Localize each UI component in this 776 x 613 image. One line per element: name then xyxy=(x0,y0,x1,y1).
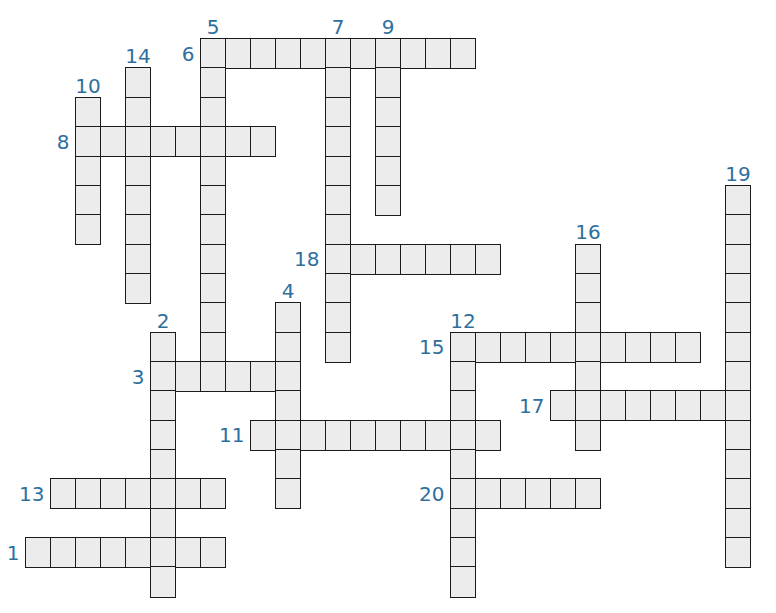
cell-r12-c25[interactable] xyxy=(650,390,677,421)
cell-r1-c12[interactable] xyxy=(325,67,352,98)
cell-r2-c4[interactable] xyxy=(125,97,152,128)
cell-r10-c7[interactable] xyxy=(200,332,227,363)
cell-r6-c12[interactable] xyxy=(325,214,352,245)
clue-number-1-across: 1 xyxy=(7,543,20,563)
cell-r13-c28[interactable] xyxy=(725,420,752,451)
cell-r0-c9[interactable] xyxy=(250,38,277,69)
cell-r6-c28[interactable] xyxy=(725,214,752,245)
cell-r8-c22[interactable] xyxy=(575,273,602,304)
cell-r16-c5[interactable] xyxy=(150,508,177,539)
cell-r5-c2[interactable] xyxy=(75,185,102,216)
cell-r15-c28[interactable] xyxy=(725,478,752,509)
cell-r0-c10[interactable] xyxy=(275,38,302,69)
crossword-grid: 1234567891011121314151617181920 xyxy=(0,0,776,613)
cell-r6-c4[interactable] xyxy=(125,214,152,245)
cell-r13-c13[interactable] xyxy=(350,420,377,451)
cell-r12-c28[interactable] xyxy=(725,390,752,421)
cell-r11-c7[interactable] xyxy=(200,361,227,392)
cell-r1-c7[interactable] xyxy=(200,67,227,98)
cell-r18-c17[interactable] xyxy=(450,566,477,597)
cell-r17-c1[interactable] xyxy=(50,537,77,568)
cell-r8-c28[interactable] xyxy=(725,273,752,304)
cell-r14-c5[interactable] xyxy=(150,449,177,480)
cell-r12-c22[interactable] xyxy=(575,390,602,421)
cell-r15-c19[interactable] xyxy=(500,478,527,509)
cell-r13-c14[interactable] xyxy=(375,420,402,451)
cell-r10-c12[interactable] xyxy=(325,332,352,363)
cell-r13-c17[interactable] xyxy=(450,420,477,451)
cell-r9-c22[interactable] xyxy=(575,302,602,333)
cell-r12-c23[interactable] xyxy=(600,390,627,421)
cell-r15-c2[interactable] xyxy=(75,478,102,509)
cell-r12-c10[interactable] xyxy=(275,390,302,421)
cell-r14-c17[interactable] xyxy=(450,449,477,480)
cell-r15-c20[interactable] xyxy=(525,478,552,509)
cell-r9-c7[interactable] xyxy=(200,302,227,333)
cell-r6-c2[interactable] xyxy=(75,214,102,245)
cell-r10-c23[interactable] xyxy=(600,332,627,363)
cell-r12-c27[interactable] xyxy=(700,390,727,421)
cell-r4-c12[interactable] xyxy=(325,156,352,187)
cell-r10-c18[interactable] xyxy=(475,332,502,363)
cell-r17-c0[interactable] xyxy=(25,537,52,568)
cell-r7-c17[interactable] xyxy=(450,244,477,275)
cell-r0-c16[interactable] xyxy=(425,38,452,69)
cell-r16-c28[interactable] xyxy=(725,508,752,539)
cell-r3-c8[interactable] xyxy=(225,126,252,157)
cell-r17-c6[interactable] xyxy=(175,537,202,568)
cell-r3-c12[interactable] xyxy=(325,126,352,157)
clue-number-7-down: 7 xyxy=(332,17,345,37)
cell-r3-c7[interactable] xyxy=(200,126,227,157)
cell-r10-c5[interactable] xyxy=(150,332,177,363)
cell-r3-c6[interactable] xyxy=(175,126,202,157)
cell-r5-c4[interactable] xyxy=(125,185,152,216)
cell-r14-c10[interactable] xyxy=(275,449,302,480)
cell-r15-c6[interactable] xyxy=(175,478,202,509)
cell-r2-c12[interactable] xyxy=(325,97,352,128)
cell-r0-c13[interactable] xyxy=(350,38,377,69)
cell-r8-c12[interactable] xyxy=(325,273,352,304)
cell-r13-c5[interactable] xyxy=(150,420,177,451)
cell-r17-c2[interactable] xyxy=(75,537,102,568)
cell-r15-c1[interactable] xyxy=(50,478,77,509)
cell-r10-c22[interactable] xyxy=(575,332,602,363)
cell-r7-c12[interactable] xyxy=(325,244,352,275)
cell-r10-c26[interactable] xyxy=(675,332,702,363)
cell-r10-c10[interactable] xyxy=(275,332,302,363)
cell-r0-c15[interactable] xyxy=(400,38,427,69)
cell-r3-c3[interactable] xyxy=(100,126,127,157)
clue-number-2-down: 2 xyxy=(157,311,170,331)
clue-number-10-down: 10 xyxy=(75,76,100,96)
cell-r11-c10[interactable] xyxy=(275,361,302,392)
cell-r0-c8[interactable] xyxy=(225,38,252,69)
cell-r12-c21[interactable] xyxy=(550,390,577,421)
clue-number-12-down: 12 xyxy=(450,311,475,331)
cell-r9-c12[interactable] xyxy=(325,302,352,333)
cell-r15-c17[interactable] xyxy=(450,478,477,509)
cell-r1-c14[interactable] xyxy=(375,67,402,98)
cell-r11-c9[interactable] xyxy=(250,361,277,392)
cell-r11-c22[interactable] xyxy=(575,361,602,392)
cell-r10-c19[interactable] xyxy=(500,332,527,363)
cell-r12-c26[interactable] xyxy=(675,390,702,421)
cell-r0-c17[interactable] xyxy=(450,38,477,69)
cell-r11-c28[interactable] xyxy=(725,361,752,392)
clue-number-6-across: 6 xyxy=(182,44,195,64)
cell-r17-c7[interactable] xyxy=(200,537,227,568)
clue-number-20-across: 20 xyxy=(419,484,444,504)
cell-r5-c7[interactable] xyxy=(200,185,227,216)
cell-r4-c4[interactable] xyxy=(125,156,152,187)
clue-number-11-across: 11 xyxy=(219,425,244,445)
clue-number-19-down: 19 xyxy=(725,164,750,184)
clue-number-4-down: 4 xyxy=(282,281,295,301)
cell-r1-c4[interactable] xyxy=(125,67,152,98)
cell-r15-c4[interactable] xyxy=(125,478,152,509)
cell-r17-c5[interactable] xyxy=(150,537,177,568)
cell-r9-c28[interactable] xyxy=(725,302,752,333)
cell-r10-c28[interactable] xyxy=(725,332,752,363)
cell-r5-c28[interactable] xyxy=(725,185,752,216)
cell-r0-c11[interactable] xyxy=(300,38,327,69)
clue-number-14-down: 14 xyxy=(125,46,150,66)
cell-r3-c4[interactable] xyxy=(125,126,152,157)
cell-r17-c28[interactable] xyxy=(725,537,752,568)
cell-r13-c18[interactable] xyxy=(475,420,502,451)
cell-r17-c17[interactable] xyxy=(450,537,477,568)
cell-r15-c7[interactable] xyxy=(200,478,227,509)
cell-r15-c21[interactable] xyxy=(550,478,577,509)
cell-r16-c17[interactable] xyxy=(450,508,477,539)
cell-r7-c15[interactable] xyxy=(400,244,427,275)
cell-r9-c10[interactable] xyxy=(275,302,302,333)
cell-r13-c16[interactable] xyxy=(425,420,452,451)
cell-r15-c22[interactable] xyxy=(575,478,602,509)
cell-r4-c14[interactable] xyxy=(375,156,402,187)
cell-r7-c13[interactable] xyxy=(350,244,377,275)
clue-number-16-down: 16 xyxy=(575,222,600,242)
clue-number-8-across: 8 xyxy=(57,132,70,152)
cell-r8-c4[interactable] xyxy=(125,273,152,304)
cell-r13-c9[interactable] xyxy=(250,420,277,451)
cell-r11-c17[interactable] xyxy=(450,361,477,392)
cell-r14-c28[interactable] xyxy=(725,449,752,480)
cell-r7-c7[interactable] xyxy=(200,244,227,275)
cell-r8-c7[interactable] xyxy=(200,273,227,304)
cell-r15-c5[interactable] xyxy=(150,478,177,509)
clue-number-18-across: 18 xyxy=(294,249,319,269)
cell-r7-c28[interactable] xyxy=(725,244,752,275)
cell-r12-c5[interactable] xyxy=(150,390,177,421)
cell-r2-c2[interactable] xyxy=(75,97,102,128)
cell-r5-c14[interactable] xyxy=(375,185,402,216)
cell-r0-c12[interactable] xyxy=(325,38,352,69)
cell-r5-c12[interactable] xyxy=(325,185,352,216)
cell-r7-c16[interactable] xyxy=(425,244,452,275)
cell-r0-c7[interactable] xyxy=(200,38,227,69)
cell-r0-c14[interactable] xyxy=(375,38,402,69)
cell-r10-c21[interactable] xyxy=(550,332,577,363)
cell-r10-c25[interactable] xyxy=(650,332,677,363)
cell-r11-c5[interactable] xyxy=(150,361,177,392)
cell-r10-c17[interactable] xyxy=(450,332,477,363)
cell-r3-c14[interactable] xyxy=(375,126,402,157)
cell-r13-c12[interactable] xyxy=(325,420,352,451)
cell-r13-c10[interactable] xyxy=(275,420,302,451)
clue-number-9-down: 9 xyxy=(382,17,395,37)
cell-r15-c10[interactable] xyxy=(275,478,302,509)
cell-r4-c7[interactable] xyxy=(200,156,227,187)
cell-r3-c2[interactable] xyxy=(75,126,102,157)
cell-r13-c22[interactable] xyxy=(575,420,602,451)
cell-r7-c14[interactable] xyxy=(375,244,402,275)
cell-r3-c9[interactable] xyxy=(250,126,277,157)
clue-number-13-across: 13 xyxy=(19,484,44,504)
cell-r10-c20[interactable] xyxy=(525,332,552,363)
cell-r15-c18[interactable] xyxy=(475,478,502,509)
cell-r7-c18[interactable] xyxy=(475,244,502,275)
cell-r2-c14[interactable] xyxy=(375,97,402,128)
cell-r13-c11[interactable] xyxy=(300,420,327,451)
cell-r6-c7[interactable] xyxy=(200,214,227,245)
cell-r17-c3[interactable] xyxy=(100,537,127,568)
cell-r11-c6[interactable] xyxy=(175,361,202,392)
cell-r12-c17[interactable] xyxy=(450,390,477,421)
cell-r17-c4[interactable] xyxy=(125,537,152,568)
cell-r11-c8[interactable] xyxy=(225,361,252,392)
clue-number-5-down: 5 xyxy=(207,17,220,37)
cell-r15-c3[interactable] xyxy=(100,478,127,509)
cell-r7-c22[interactable] xyxy=(575,244,602,275)
cell-r4-c2[interactable] xyxy=(75,156,102,187)
clue-number-15-across: 15 xyxy=(419,337,444,357)
cell-r3-c5[interactable] xyxy=(150,126,177,157)
cell-r12-c24[interactable] xyxy=(625,390,652,421)
cell-r10-c24[interactable] xyxy=(625,332,652,363)
cell-r13-c15[interactable] xyxy=(400,420,427,451)
cell-r18-c5[interactable] xyxy=(150,566,177,597)
clue-number-3-across: 3 xyxy=(132,367,145,387)
clue-number-17-across: 17 xyxy=(519,396,544,416)
cell-r2-c7[interactable] xyxy=(200,97,227,128)
cell-r7-c4[interactable] xyxy=(125,244,152,275)
